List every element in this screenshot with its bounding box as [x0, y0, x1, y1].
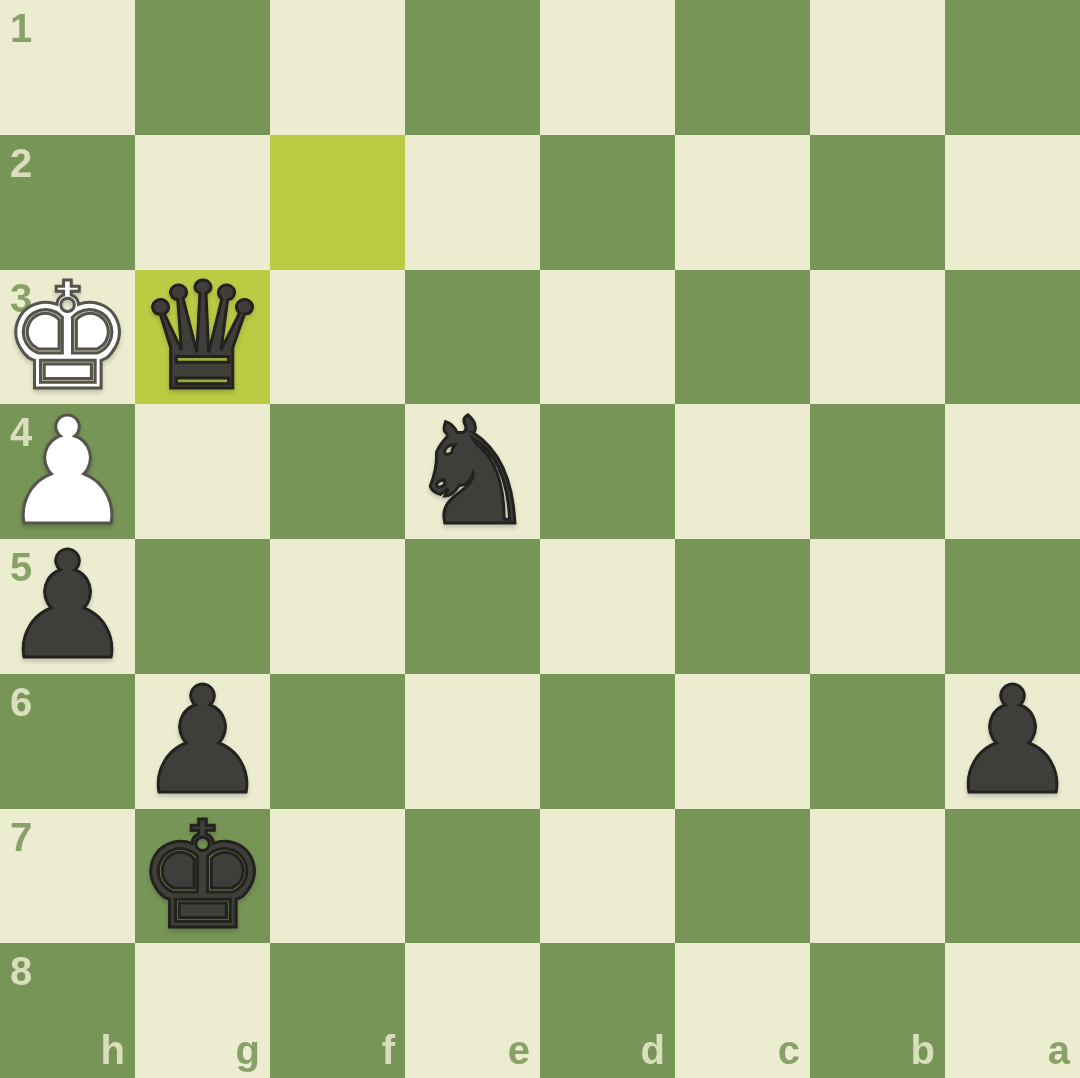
- square-e1[interactable]: [405, 0, 540, 135]
- square-c5[interactable]: [675, 539, 810, 674]
- file-label-c: c: [778, 1030, 800, 1070]
- file-label-d: d: [641, 1030, 665, 1070]
- square-h8[interactable]: 8h: [0, 943, 135, 1078]
- square-h1[interactable]: 1: [0, 0, 135, 135]
- square-e2[interactable]: [405, 135, 540, 270]
- square-b5[interactable]: [810, 539, 945, 674]
- square-d8[interactable]: d: [540, 943, 675, 1078]
- square-a8[interactable]: a: [945, 943, 1080, 1078]
- square-e7[interactable]: [405, 809, 540, 944]
- square-c4[interactable]: [675, 404, 810, 539]
- file-label-b: b: [911, 1030, 935, 1070]
- square-b2[interactable]: [810, 135, 945, 270]
- rank-label-1: 1: [10, 8, 32, 48]
- piece-white-pawn[interactable]: ♟: [1, 405, 134, 539]
- square-b3[interactable]: [810, 270, 945, 405]
- file-label-f: f: [382, 1030, 395, 1070]
- square-a6[interactable]: ♟: [945, 674, 1080, 809]
- rank-label-6: 6: [10, 682, 32, 722]
- piece-black-pawn[interactable]: ♟: [1, 539, 134, 673]
- square-f4[interactable]: [270, 404, 405, 539]
- square-h7[interactable]: 7: [0, 809, 135, 944]
- square-g6[interactable]: ♟: [135, 674, 270, 809]
- square-a1[interactable]: [945, 0, 1080, 135]
- square-b8[interactable]: b: [810, 943, 945, 1078]
- square-b7[interactable]: [810, 809, 945, 944]
- square-h4[interactable]: 4♟: [0, 404, 135, 539]
- square-c6[interactable]: [675, 674, 810, 809]
- square-e5[interactable]: [405, 539, 540, 674]
- piece-black-pawn[interactable]: ♟: [136, 674, 269, 808]
- square-c2[interactable]: [675, 135, 810, 270]
- square-d7[interactable]: [540, 809, 675, 944]
- square-g2[interactable]: [135, 135, 270, 270]
- rank-label-7: 7: [10, 817, 32, 857]
- piece-black-knight[interactable]: ♞: [406, 405, 539, 539]
- square-a5[interactable]: [945, 539, 1080, 674]
- square-g5[interactable]: [135, 539, 270, 674]
- square-c1[interactable]: [675, 0, 810, 135]
- square-e6[interactable]: [405, 674, 540, 809]
- file-label-e: e: [508, 1030, 530, 1070]
- square-a3[interactable]: [945, 270, 1080, 405]
- square-a7[interactable]: [945, 809, 1080, 944]
- square-a2[interactable]: [945, 135, 1080, 270]
- square-a4[interactable]: [945, 404, 1080, 539]
- square-g4[interactable]: [135, 404, 270, 539]
- rank-label-8: 8: [10, 951, 32, 991]
- piece-black-king[interactable]: ♚: [136, 809, 269, 943]
- square-h2[interactable]: 2: [0, 135, 135, 270]
- square-f6[interactable]: [270, 674, 405, 809]
- square-e8[interactable]: e: [405, 943, 540, 1078]
- piece-black-queen[interactable]: ♛: [136, 270, 269, 404]
- piece-black-pawn[interactable]: ♟: [946, 674, 1079, 808]
- square-c8[interactable]: c: [675, 943, 810, 1078]
- square-h6[interactable]: 6: [0, 674, 135, 809]
- square-f7[interactable]: [270, 809, 405, 944]
- square-c7[interactable]: [675, 809, 810, 944]
- square-f3[interactable]: [270, 270, 405, 405]
- square-d2[interactable]: [540, 135, 675, 270]
- square-d3[interactable]: [540, 270, 675, 405]
- square-g7[interactable]: ♚: [135, 809, 270, 944]
- square-e3[interactable]: [405, 270, 540, 405]
- square-g3[interactable]: ♛: [135, 270, 270, 405]
- square-b4[interactable]: [810, 404, 945, 539]
- square-c3[interactable]: [675, 270, 810, 405]
- square-g8[interactable]: g: [135, 943, 270, 1078]
- square-b1[interactable]: [810, 0, 945, 135]
- square-d6[interactable]: [540, 674, 675, 809]
- file-label-a: a: [1048, 1030, 1070, 1070]
- chess-board: 123♚♛4♟♞5♟6♟♟7♚8hgfedcba: [0, 0, 1080, 1078]
- square-f5[interactable]: [270, 539, 405, 674]
- square-d4[interactable]: [540, 404, 675, 539]
- square-h5[interactable]: 5♟: [0, 539, 135, 674]
- piece-white-king[interactable]: ♚: [1, 270, 134, 404]
- square-d5[interactable]: [540, 539, 675, 674]
- square-e4[interactable]: ♞: [405, 404, 540, 539]
- square-h3[interactable]: 3♚: [0, 270, 135, 405]
- square-d1[interactable]: [540, 0, 675, 135]
- square-f2[interactable]: [270, 135, 405, 270]
- rank-label-2: 2: [10, 143, 32, 183]
- square-f8[interactable]: f: [270, 943, 405, 1078]
- file-label-g: g: [236, 1030, 260, 1070]
- square-g1[interactable]: [135, 0, 270, 135]
- square-b6[interactable]: [810, 674, 945, 809]
- square-f1[interactable]: [270, 0, 405, 135]
- file-label-h: h: [101, 1030, 125, 1070]
